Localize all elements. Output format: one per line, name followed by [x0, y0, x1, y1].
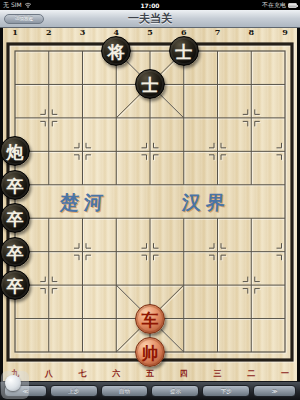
piece-black-soldier[interactable]: 卒 — [0, 237, 30, 267]
drag-knob[interactable] — [1, 371, 29, 399]
piece-black-soldier[interactable]: 卒 — [0, 170, 30, 200]
bottom-file-label: 一 — [268, 368, 300, 380]
xiangqi-board[interactable]: 123456789 九八七六五四三二一 楚河 汉界 将士士炮卒卒卒卒车帅 — [0, 28, 300, 381]
pieces-layer: 将士士炮卒卒卒卒车帅 — [0, 34, 300, 368]
bottom-file-labels: 九八七六五四三二一 — [0, 368, 300, 380]
battery-icon — [288, 3, 297, 8]
piece-black-soldier[interactable]: 卒 — [0, 270, 30, 300]
fast-forward-button[interactable]: ≫ — [253, 385, 296, 397]
bottom-toolbar: ≪上步自动提示下步≫ — [0, 381, 300, 400]
piece-black-advisor[interactable]: 士 — [135, 69, 165, 99]
knob-ball-icon — [5, 375, 21, 391]
bottom-file-label: 二 — [234, 368, 268, 380]
status-bar: 无 SIM 17:00 不在充电 — [0, 0, 300, 10]
prev-move-button[interactable]: 上步 — [50, 385, 98, 397]
piece-black-general[interactable]: 将 — [101, 36, 131, 66]
piece-red-chariot[interactable]: 车 — [135, 304, 165, 334]
bottom-file-label: 四 — [167, 368, 201, 380]
clock: 17:00 — [0, 2, 300, 9]
next-move-button[interactable]: 下步 — [202, 385, 250, 397]
bottom-file-label: 七 — [66, 368, 100, 380]
bottom-file-label: 八 — [32, 368, 66, 380]
bottom-file-label: 三 — [201, 368, 235, 380]
piece-red-general[interactable]: 帅 — [135, 337, 165, 367]
bottom-file-label: 五 — [133, 368, 167, 380]
piece-black-soldier[interactable]: 卒 — [0, 203, 30, 233]
hint-button[interactable]: 提示 — [151, 385, 199, 397]
piece-black-cannon[interactable]: 炮 — [0, 136, 30, 166]
nav-bar: 适情雅趣 一夫当关 — [0, 10, 300, 28]
auto-play-button[interactable]: 自动 — [101, 385, 149, 397]
bottom-file-label: 六 — [99, 368, 133, 380]
page-title: 一夫当关 — [128, 11, 172, 26]
piece-black-advisor[interactable]: 士 — [169, 36, 199, 66]
back-button[interactable]: 适情雅趣 — [4, 14, 44, 24]
